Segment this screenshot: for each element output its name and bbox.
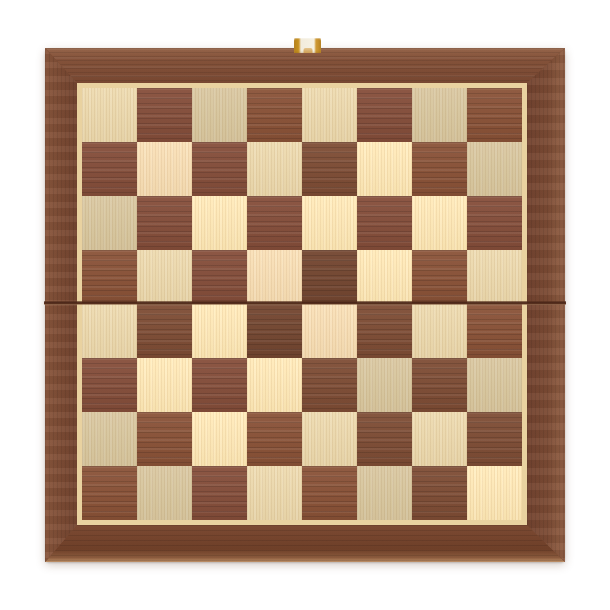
square-a5[interactable] [82,250,137,304]
square-e2[interactable] [302,412,357,466]
square-a4[interactable] [82,304,137,358]
square-h5[interactable] [467,250,522,304]
square-g6[interactable] [412,196,467,250]
square-d6[interactable] [247,196,302,250]
square-e4[interactable] [302,304,357,358]
square-a2[interactable] [82,412,137,466]
square-f8[interactable] [357,88,412,142]
square-a6[interactable] [82,196,137,250]
square-a3[interactable] [82,358,137,412]
square-h8[interactable] [467,88,522,142]
square-c3[interactable] [192,358,247,412]
square-c6[interactable] [192,196,247,250]
square-d4[interactable] [247,304,302,358]
square-h6[interactable] [467,196,522,250]
square-d7[interactable] [247,142,302,196]
square-h1[interactable] [467,466,522,520]
square-e7[interactable] [302,142,357,196]
square-d2[interactable] [247,412,302,466]
square-e5[interactable] [302,250,357,304]
square-c4[interactable] [192,304,247,358]
square-g7[interactable] [412,142,467,196]
square-b8[interactable] [137,88,192,142]
chess-box [45,48,565,562]
square-f2[interactable] [357,412,412,466]
square-d8[interactable] [247,88,302,142]
square-b7[interactable] [137,142,192,196]
square-d1[interactable] [247,466,302,520]
brass-clasp-latch [294,38,321,53]
frame-top [45,48,565,83]
square-g8[interactable] [412,88,467,142]
square-b3[interactable] [137,358,192,412]
square-c1[interactable] [192,466,247,520]
square-h2[interactable] [467,412,522,466]
frame-left [45,48,77,562]
square-g4[interactable] [412,304,467,358]
square-f7[interactable] [357,142,412,196]
square-c7[interactable] [192,142,247,196]
square-b6[interactable] [137,196,192,250]
square-a8[interactable] [82,88,137,142]
square-b4[interactable] [137,304,192,358]
square-f6[interactable] [357,196,412,250]
square-b1[interactable] [137,466,192,520]
fold-hinge-seam [44,301,566,305]
frame-right [527,48,565,562]
square-g1[interactable] [412,466,467,520]
square-h3[interactable] [467,358,522,412]
square-b2[interactable] [137,412,192,466]
square-a1[interactable] [82,466,137,520]
square-c2[interactable] [192,412,247,466]
frame-bottom [45,525,565,562]
square-g3[interactable] [412,358,467,412]
square-b5[interactable] [137,250,192,304]
square-f3[interactable] [357,358,412,412]
square-d3[interactable] [247,358,302,412]
square-e8[interactable] [302,88,357,142]
square-f1[interactable] [357,466,412,520]
square-f4[interactable] [357,304,412,358]
square-e1[interactable] [302,466,357,520]
square-g2[interactable] [412,412,467,466]
square-c5[interactable] [192,250,247,304]
square-e3[interactable] [302,358,357,412]
square-h4[interactable] [467,304,522,358]
square-a7[interactable] [82,142,137,196]
square-h7[interactable] [467,142,522,196]
photo-background [0,0,610,610]
square-d5[interactable] [247,250,302,304]
square-e6[interactable] [302,196,357,250]
square-g5[interactable] [412,250,467,304]
square-f5[interactable] [357,250,412,304]
square-c8[interactable] [192,88,247,142]
